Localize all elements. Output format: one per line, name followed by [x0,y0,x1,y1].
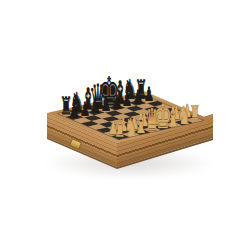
black-pawn: ♟ [69,101,80,121]
black-pawn: ♟ [111,91,122,111]
white-knight: ♞ [124,114,137,139]
product-photo: ♜♞♝♛♚♝♞♜♟♟♟♟♟♟♟♟♟♟♟♟♟♟♟♟♜♞♝♛♚♝♞♜ [0,0,250,250]
black-pawn: ♟ [133,86,144,106]
white-rook: ♜ [114,120,125,141]
black-pawn: ♟ [90,96,101,116]
black-pawn: ♟ [143,84,154,104]
black-pawn: ♟ [122,89,133,109]
black-pawn: ♟ [101,94,112,114]
black-pawn: ♟ [79,98,90,118]
